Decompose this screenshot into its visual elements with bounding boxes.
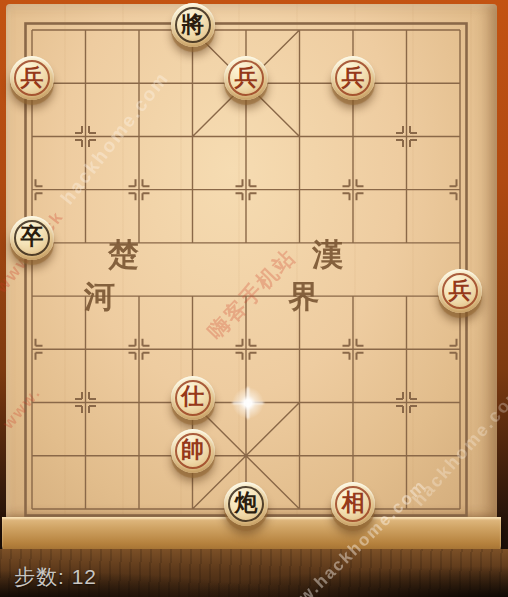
piece-glyph: 兵 bbox=[449, 279, 472, 302]
piece-red-pawn-3[interactable]: 兵 bbox=[331, 56, 375, 100]
piece-glyph: 炮 bbox=[235, 491, 258, 514]
game-screen: 楚河 漢界 hackhome.comwww.hack嗨客手机站www.hackh… bbox=[0, 0, 508, 597]
piece-black-cannon[interactable]: 炮 bbox=[224, 482, 268, 526]
piece-red-pawn-4[interactable]: 兵 bbox=[438, 269, 482, 313]
piece-glyph: 帥 bbox=[181, 438, 204, 461]
piece-glyph: 相 bbox=[342, 491, 365, 514]
move-counter-value: 12 bbox=[72, 565, 97, 588]
piece-glyph: 將 bbox=[181, 13, 204, 36]
move-counter: 步数: 12 bbox=[14, 563, 97, 591]
piece-glyph: 仕 bbox=[181, 385, 204, 408]
piece-glyph: 兵 bbox=[21, 66, 44, 89]
piece-black-general[interactable]: 將 bbox=[171, 3, 215, 47]
piece-glyph: 卒 bbox=[21, 225, 44, 248]
piece-red-general[interactable]: 帥 bbox=[171, 429, 215, 473]
piece-black-pawn[interactable]: 卒 bbox=[10, 216, 54, 260]
piece-glyph: 兵 bbox=[235, 66, 258, 89]
piece-glyph: 兵 bbox=[342, 66, 365, 89]
river-label-right: 漢界 bbox=[288, 255, 418, 297]
river-label-left: 楚河 bbox=[84, 255, 214, 297]
piece-red-advisor[interactable]: 仕 bbox=[171, 376, 215, 420]
piece-red-pawn-2[interactable]: 兵 bbox=[224, 56, 268, 100]
piece-red-elephant[interactable]: 相 bbox=[331, 482, 375, 526]
piece-red-pawn-1[interactable]: 兵 bbox=[10, 56, 54, 100]
move-counter-label: 步数: bbox=[14, 565, 65, 588]
